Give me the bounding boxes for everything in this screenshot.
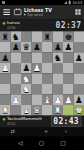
android-nav-bar: ◁ ○ □ xyxy=(0,136,84,150)
square-d2[interactable] xyxy=(31,94,41,104)
square-a3[interactable] xyxy=(0,84,10,94)
piece-wb: ♝ xyxy=(43,95,51,104)
player-rating-bottom: 2012 xyxy=(7,122,15,126)
square-h4[interactable] xyxy=(73,73,83,83)
black-knight-icon: ♞ xyxy=(17,26,20,30)
square-d5[interactable]: ♟ xyxy=(31,63,41,73)
piece-bp: ♟ xyxy=(54,43,62,52)
square-a4[interactable] xyxy=(0,73,10,83)
square-h6[interactable]: ♟ xyxy=(73,52,83,62)
square-g1[interactable] xyxy=(63,105,73,115)
square-f5[interactable] xyxy=(52,63,62,73)
square-g4[interactable] xyxy=(63,73,73,83)
square-e2[interactable]: ♝ xyxy=(42,94,52,104)
clock-bottom: 02:43 xyxy=(51,116,81,127)
channel-dot-icon xyxy=(24,14,26,16)
square-e7[interactable] xyxy=(42,42,52,52)
player-bar-top: hutsss 2254 ♞ 02:37 xyxy=(0,19,84,31)
square-f7[interactable]: ♟ xyxy=(52,42,62,52)
piece-bq: ♛ xyxy=(22,43,30,52)
online-dot-icon xyxy=(3,118,6,121)
square-f6[interactable]: ♞ xyxy=(52,52,62,62)
piece-bp: ♟ xyxy=(1,53,9,62)
piece-wp: ♟ xyxy=(1,64,9,73)
square-h7[interactable] xyxy=(73,42,83,52)
player-rating-top: 2254 xyxy=(7,26,15,30)
square-b5[interactable] xyxy=(10,63,20,73)
square-c3[interactable]: ♞ xyxy=(21,84,31,94)
app-header: Lichess TV Top rated xyxy=(0,5,84,19)
square-e6[interactable] xyxy=(42,52,52,62)
channel-label: Top rated xyxy=(27,13,43,17)
recents-icon[interactable]: □ xyxy=(60,140,66,146)
square-b2[interactable]: ♟ xyxy=(10,94,20,104)
square-f4[interactable] xyxy=(52,73,62,83)
square-g7[interactable]: ♟ xyxy=(63,42,73,52)
square-f2[interactable]: ♟ xyxy=(52,94,62,104)
square-h5[interactable] xyxy=(73,63,83,73)
square-h8[interactable] xyxy=(73,31,83,41)
square-g2[interactable]: ♟ xyxy=(63,94,73,104)
square-a5[interactable]: ♟ xyxy=(0,63,10,73)
piece-br: ♜ xyxy=(43,32,51,41)
square-e1[interactable] xyxy=(42,105,52,115)
piece-bn: ♞ xyxy=(54,53,62,62)
piece-wn: ♞ xyxy=(22,74,30,83)
square-g5[interactable] xyxy=(63,63,73,73)
square-b8[interactable]: ♞ xyxy=(10,31,20,41)
piece-wp: ♟ xyxy=(54,95,62,104)
square-b6[interactable] xyxy=(10,52,20,62)
square-e8[interactable]: ♜ xyxy=(42,31,52,41)
piece-bp: ♟ xyxy=(75,53,83,62)
square-c8[interactable] xyxy=(21,31,31,41)
square-c2[interactable] xyxy=(21,94,31,104)
square-g8[interactable]: ♚ xyxy=(63,31,73,41)
piece-wp: ♟ xyxy=(12,95,20,104)
square-h1[interactable]: ♚ xyxy=(73,105,83,115)
piece-wn: ♞ xyxy=(22,85,30,94)
tv-icon xyxy=(14,9,21,15)
square-d4[interactable] xyxy=(31,73,41,83)
back-icon[interactable]: ◁ xyxy=(18,140,23,146)
home-icon[interactable]: ○ xyxy=(39,140,44,146)
square-c7[interactable]: ♛ xyxy=(21,42,31,52)
channels-grid-icon[interactable] xyxy=(75,9,80,14)
piece-wk: ♚ xyxy=(75,106,83,115)
square-h2[interactable]: ♟ xyxy=(73,94,83,104)
piece-br: ♜ xyxy=(1,32,9,41)
square-a1[interactable]: ♜ xyxy=(0,105,10,115)
piece-wp: ♟ xyxy=(64,95,72,104)
share-icon[interactable]: ⇄ xyxy=(3,129,23,134)
square-a8[interactable]: ♜ xyxy=(0,31,10,41)
square-a2[interactable] xyxy=(0,94,10,104)
square-f8[interactable] xyxy=(52,31,62,41)
square-c1[interactable]: ♝ xyxy=(21,105,31,115)
square-a7[interactable] xyxy=(0,42,10,52)
online-dot-icon xyxy=(3,22,6,25)
square-b7[interactable]: ♟ xyxy=(10,42,20,52)
piece-wr: ♜ xyxy=(54,106,62,115)
first-move-icon[interactable]: « xyxy=(36,129,56,134)
square-b4[interactable] xyxy=(10,73,20,83)
square-a6[interactable]: ♟ xyxy=(0,52,10,62)
piece-bp: ♟ xyxy=(22,64,30,73)
square-g3[interactable] xyxy=(63,84,73,94)
square-d6[interactable] xyxy=(31,52,41,62)
piece-bp: ♟ xyxy=(12,43,20,52)
phone-screen: 10:03 Lichess TV Top rated hutsss 2254 ♞ xyxy=(0,0,84,150)
square-e4[interactable] xyxy=(42,73,52,83)
player-bar-bottom: TacticalMammoth 2012 02:43 xyxy=(0,115,84,127)
game-toolbar: ⇄ « ‹ xyxy=(0,127,84,136)
square-c4[interactable]: ♞ xyxy=(21,73,31,83)
piece-bp: ♟ xyxy=(64,43,72,52)
piece-wq: ♛ xyxy=(33,106,41,115)
square-c5[interactable]: ♟ xyxy=(21,63,31,73)
square-d1[interactable]: ♛ xyxy=(31,105,41,115)
piece-wp: ♟ xyxy=(33,64,41,73)
square-f1[interactable]: ♜ xyxy=(52,105,62,115)
square-e5[interactable] xyxy=(42,63,52,73)
clock-top: 02:37 xyxy=(56,21,82,30)
square-d7[interactable]: ♟ xyxy=(31,42,41,52)
previous-move-icon[interactable]: ‹ xyxy=(56,129,76,134)
square-c6[interactable] xyxy=(21,52,31,62)
square-h3[interactable] xyxy=(73,84,83,94)
status-time: 10:03 xyxy=(72,1,82,5)
signal-icon xyxy=(64,1,67,4)
piece-bp: ♟ xyxy=(33,43,41,52)
piece-bn: ♞ xyxy=(12,32,20,41)
square-e3[interactable] xyxy=(42,84,52,94)
piece-wb: ♝ xyxy=(22,106,30,115)
square-d3[interactable] xyxy=(31,84,41,94)
square-b1[interactable] xyxy=(10,105,20,115)
square-d8[interactable] xyxy=(31,31,41,41)
battery-icon xyxy=(69,1,71,4)
chess-board: ♜♞♜♚♟♛♟♟♟♟♞♟♟♟♟♞♞♟♝♟♟♟♜♝♛♜♚ xyxy=(0,31,84,115)
piece-bp: ♟ xyxy=(75,95,83,104)
menu-icon[interactable] xyxy=(3,9,10,15)
square-g6[interactable] xyxy=(63,52,73,62)
square-f3[interactable] xyxy=(52,84,62,94)
piece-wr: ♜ xyxy=(1,106,9,115)
piece-bk: ♚ xyxy=(64,32,72,41)
channel-subtitle: Top rated xyxy=(24,13,52,17)
notification-icon xyxy=(2,1,5,4)
square-b3[interactable] xyxy=(10,84,20,94)
